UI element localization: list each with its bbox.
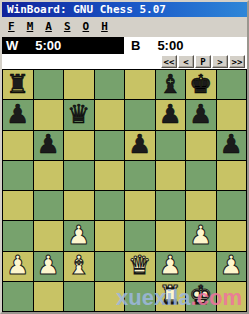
black-clock-time: 5:00 xyxy=(157,38,183,53)
piece-white-pawn: ♟ xyxy=(37,252,60,278)
square-d8[interactable] xyxy=(95,70,125,99)
piece-black-bishop: ♝ xyxy=(159,71,182,97)
piece-white-rook: ♜ xyxy=(159,282,182,308)
square-e3[interactable] xyxy=(125,221,155,250)
square-b8[interactable] xyxy=(34,70,64,99)
nav-to-start-button[interactable]: << xyxy=(161,55,177,68)
square-f8[interactable]: ♝ xyxy=(156,70,186,99)
menu-mode[interactable]: M xyxy=(27,20,34,33)
square-b1[interactable] xyxy=(34,282,64,311)
square-d6[interactable] xyxy=(95,131,125,160)
white-clock-time: 5:00 xyxy=(35,38,61,53)
square-a3[interactable] xyxy=(3,221,33,250)
square-f5[interactable] xyxy=(156,161,186,190)
square-f3[interactable] xyxy=(156,221,186,250)
square-g5[interactable] xyxy=(186,161,216,190)
square-h1[interactable] xyxy=(217,282,247,311)
nav-pause-button[interactable]: P xyxy=(195,55,211,68)
square-a8[interactable]: ♜ xyxy=(3,70,33,99)
piece-white-king: ♚ xyxy=(189,282,212,308)
square-a6[interactable] xyxy=(3,131,33,160)
square-c3[interactable]: ♟ xyxy=(64,221,94,250)
square-d7[interactable] xyxy=(95,100,125,129)
piece-white-pawn: ♟ xyxy=(220,252,243,278)
piece-black-king: ♚ xyxy=(189,71,212,97)
square-h8[interactable] xyxy=(217,70,247,99)
square-f4[interactable] xyxy=(156,191,186,220)
square-a5[interactable] xyxy=(3,161,33,190)
menu-step[interactable]: S xyxy=(64,20,71,33)
window-title: WinBoard: GNU Chess 5.07 xyxy=(7,3,166,16)
square-g8[interactable]: ♚ xyxy=(186,70,216,99)
square-h5[interactable] xyxy=(217,161,247,190)
square-e4[interactable] xyxy=(125,191,155,220)
square-c5[interactable] xyxy=(64,161,94,190)
piece-black-pawn: ♟ xyxy=(159,101,182,127)
square-c8[interactable] xyxy=(64,70,94,99)
piece-white-pawn: ♟ xyxy=(159,252,182,278)
square-c1[interactable] xyxy=(64,282,94,311)
square-h2[interactable]: ♟ xyxy=(217,252,247,281)
square-c6[interactable] xyxy=(64,131,94,160)
square-g3[interactable]: ♟ xyxy=(186,221,216,250)
square-b3[interactable] xyxy=(34,221,64,250)
square-h4[interactable] xyxy=(217,191,247,220)
piece-white-pawn: ♟ xyxy=(6,252,29,278)
nav-forward-button[interactable]: > xyxy=(212,55,228,68)
square-d2[interactable] xyxy=(95,252,125,281)
piece-black-pawn: ♟ xyxy=(6,101,29,127)
square-e8[interactable] xyxy=(125,70,155,99)
menu-file[interactable]: F xyxy=(8,20,15,33)
square-e6[interactable]: ♟ xyxy=(125,131,155,160)
nav-button-bar: <<<P>>> xyxy=(2,54,247,69)
square-f2[interactable]: ♟ xyxy=(156,252,186,281)
square-d4[interactable] xyxy=(95,191,125,220)
square-f6[interactable] xyxy=(156,131,186,160)
square-g2[interactable] xyxy=(186,252,216,281)
square-e2[interactable]: ♛ xyxy=(125,252,155,281)
piece-black-pawn: ♟ xyxy=(189,101,212,127)
menu-help[interactable]: H xyxy=(101,20,108,33)
square-d1[interactable] xyxy=(95,282,125,311)
square-f7[interactable]: ♟ xyxy=(156,100,186,129)
square-g7[interactable]: ♟ xyxy=(186,100,216,129)
piece-black-pawn: ♟ xyxy=(128,131,151,157)
menu-options[interactable]: O xyxy=(83,20,90,33)
square-d5[interactable] xyxy=(95,161,125,190)
square-c2[interactable]: ♝ xyxy=(64,252,94,281)
winboard-window: WinBoard: GNU Chess 5.07 FMASOH W 5:00 B… xyxy=(0,0,249,314)
square-c4[interactable] xyxy=(64,191,94,220)
black-clock-label: B xyxy=(131,38,140,53)
square-a7[interactable]: ♟ xyxy=(3,100,33,129)
square-a1[interactable] xyxy=(3,282,33,311)
square-g6[interactable] xyxy=(186,131,216,160)
square-c7[interactable]: ♛ xyxy=(64,100,94,129)
piece-black-queen: ♛ xyxy=(67,101,90,127)
black-clock: B 5:00 xyxy=(124,37,183,54)
piece-black-pawn: ♟ xyxy=(220,131,243,157)
message-area: W 5:00 B 5:00 <<<P>>> xyxy=(2,37,247,69)
nav-back-button[interactable]: < xyxy=(178,55,194,68)
square-h6[interactable]: ♟ xyxy=(217,131,247,160)
square-a4[interactable] xyxy=(3,191,33,220)
square-h7[interactable] xyxy=(217,100,247,129)
white-clock-label: W xyxy=(6,38,18,53)
square-g4[interactable] xyxy=(186,191,216,220)
square-b7[interactable] xyxy=(34,100,64,129)
piece-black-rook: ♜ xyxy=(6,71,29,97)
clock-row: W 5:00 B 5:00 xyxy=(2,37,247,54)
piece-white-pawn: ♟ xyxy=(67,222,90,248)
nav-to-end-button[interactable]: >> xyxy=(229,55,245,68)
square-b6[interactable]: ♟ xyxy=(34,131,64,160)
square-h3[interactable] xyxy=(217,221,247,250)
menu-action[interactable]: A xyxy=(45,20,52,33)
square-e7[interactable] xyxy=(125,100,155,129)
white-clock: W 5:00 xyxy=(2,37,124,54)
square-f1[interactable]: ♜ xyxy=(156,282,186,311)
piece-white-bishop: ♝ xyxy=(67,252,90,278)
menu-bar: FMASOH xyxy=(2,17,247,37)
square-b5[interactable] xyxy=(34,161,64,190)
square-a2[interactable]: ♟ xyxy=(3,252,33,281)
piece-white-pawn: ♟ xyxy=(189,222,212,248)
square-g1[interactable]: ♚ xyxy=(186,282,216,311)
square-d3[interactable] xyxy=(95,221,125,250)
title-bar[interactable]: WinBoard: GNU Chess 5.07 xyxy=(2,2,247,17)
piece-black-pawn: ♟ xyxy=(37,131,60,157)
piece-white-queen: ♛ xyxy=(128,252,151,278)
square-e5[interactable] xyxy=(125,161,155,190)
chess-board: ♜♝♚♟♛♟♟♟♟♟♟♟♟♟♝♛♟♟♜♚ xyxy=(2,69,247,312)
square-e1[interactable] xyxy=(125,282,155,311)
square-b2[interactable]: ♟ xyxy=(34,252,64,281)
square-b4[interactable] xyxy=(34,191,64,220)
